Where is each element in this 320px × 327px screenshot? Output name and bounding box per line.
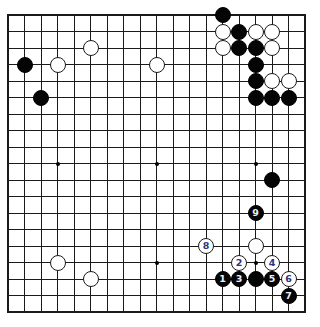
grid-line-horizontal — [7, 311, 306, 313]
black-stone[interactable] — [248, 73, 264, 89]
grid-line-vertical — [206, 15, 207, 312]
black-stone[interactable] — [248, 57, 264, 73]
move-8-white-stone[interactable]: 8 — [198, 238, 214, 254]
white-stone[interactable] — [215, 24, 231, 40]
white-stone[interactable] — [248, 238, 264, 254]
black-stone[interactable] — [248, 90, 264, 106]
go-diagram: 123456789 — [0, 0, 320, 327]
star-point — [155, 261, 159, 265]
grid-line-horizontal — [8, 180, 305, 181]
white-stone[interactable] — [50, 255, 66, 271]
black-stone[interactable] — [231, 40, 247, 56]
white-stone[interactable] — [281, 73, 297, 89]
grid-line-vertical — [304, 14, 306, 313]
move-9-black-stone[interactable]: 9 — [248, 205, 264, 221]
black-stone[interactable] — [17, 57, 33, 73]
grid-line-horizontal — [8, 229, 305, 230]
star-point — [254, 261, 258, 265]
white-stone[interactable] — [264, 40, 280, 56]
grid-line-vertical — [288, 15, 289, 312]
black-stone[interactable] — [215, 7, 231, 23]
grid-line-vertical — [222, 15, 223, 312]
move-3-black-stone[interactable]: 3 — [231, 271, 247, 287]
move-4-white-stone[interactable]: 4 — [264, 255, 280, 271]
black-stone[interactable] — [33, 90, 49, 106]
white-stone[interactable] — [149, 57, 165, 73]
star-point — [155, 162, 159, 166]
black-stone[interactable] — [264, 90, 280, 106]
move-1-black-stone[interactable]: 1 — [215, 271, 231, 287]
black-stone[interactable] — [281, 90, 297, 106]
grid-line-horizontal — [8, 295, 305, 296]
move-6-white-stone[interactable]: 6 — [281, 271, 297, 287]
move-5-black-stone[interactable]: 5 — [264, 271, 280, 287]
black-stone[interactable] — [248, 40, 264, 56]
white-stone[interactable] — [215, 40, 231, 56]
white-stone[interactable] — [83, 40, 99, 56]
white-stone[interactable] — [264, 73, 280, 89]
move-7-black-stone[interactable]: 7 — [281, 288, 297, 304]
white-stone[interactable] — [83, 271, 99, 287]
go-board[interactable]: 123456789 — [8, 15, 305, 312]
white-stone[interactable] — [50, 57, 66, 73]
white-stone[interactable] — [264, 24, 280, 40]
black-stone[interactable] — [248, 271, 264, 287]
white-stone[interactable] — [248, 24, 264, 40]
black-stone[interactable] — [231, 24, 247, 40]
grid-line-vertical — [173, 15, 174, 312]
star-point — [56, 162, 60, 166]
star-point — [254, 162, 258, 166]
grid-line-vertical — [189, 15, 190, 312]
grid-line-horizontal — [8, 196, 305, 197]
black-stone[interactable] — [264, 172, 280, 188]
move-2-white-stone[interactable]: 2 — [231, 255, 247, 271]
